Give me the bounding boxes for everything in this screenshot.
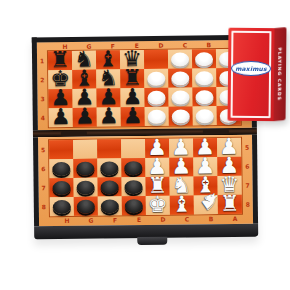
square-A7: ♛	[217, 176, 241, 195]
black-queen: ♛	[122, 48, 142, 70]
rank-labels-bottom-left: 5678	[40, 140, 47, 216]
square-C7: ♞	[169, 176, 193, 195]
square-B3	[192, 87, 216, 106]
coordinate-label: B	[197, 41, 221, 48]
coordinate-label: 7	[244, 176, 250, 195]
square-H1: ♜	[48, 51, 72, 70]
white-pawn: ♟	[171, 155, 191, 177]
square-D6: ♟	[145, 158, 169, 177]
white-pawn: ♟	[195, 136, 215, 158]
white-pawn: ♟	[171, 136, 191, 158]
square-F1: ♝	[96, 50, 120, 69]
square-F4: ♟	[97, 107, 121, 126]
square-B8: ♞	[194, 195, 218, 214]
black-pawn: ♟	[75, 87, 95, 109]
folding-chess-checkers-board: HGFEDCBA 1234 1234 ♜♞♝♛♚♝♞♜♟♟♟♟♟♟♟♟ 5678…	[32, 35, 258, 240]
black-pawn: ♟	[51, 87, 71, 109]
coordinate-label: H	[55, 217, 79, 224]
square-B5: ♟	[193, 138, 217, 157]
coordinate-label: F	[103, 216, 127, 223]
square-F2: ♞	[96, 69, 120, 88]
coordinate-label: E	[127, 216, 151, 223]
square-E8	[122, 196, 146, 215]
square-E7	[121, 177, 145, 196]
coordinate-label: 1	[39, 51, 45, 70]
coordinate-label: D	[151, 216, 175, 223]
board-bottom-half: 5678 5678 ♟♟♟♟♟♟♟♟♜♞♝♛♚♝♞♜ HGFEDCBA	[33, 135, 258, 227]
white-knight: ♞	[172, 174, 192, 196]
square-D4	[145, 107, 169, 126]
square-C5: ♟	[169, 138, 193, 157]
square-G4: ♟	[73, 108, 97, 127]
board-grid-bottom: ♟♟♟♟♟♟♟♟♜♞♝♛♚♝♞♜	[49, 138, 242, 216]
coordinate-label: 2	[39, 70, 45, 89]
square-H6	[49, 159, 73, 178]
case-front-rim	[34, 224, 258, 240]
coordinate-label: 4	[40, 108, 46, 127]
coordinate-label: 3	[39, 89, 45, 108]
coordinate-label: B	[199, 215, 223, 222]
coordinate-label: G	[79, 217, 103, 224]
card-box-side-text: PLAYING CARDS	[277, 47, 283, 101]
square-H3: ♟	[48, 89, 72, 108]
coordinate-label: F	[101, 42, 125, 49]
black-checker	[77, 200, 95, 214]
white-king: ♚	[148, 194, 168, 216]
white-checker	[171, 52, 189, 66]
square-B2	[192, 68, 216, 87]
square-H4: ♟	[49, 108, 73, 127]
playing-cards-box: maximus PLAYING CARDS	[228, 28, 287, 122]
square-E5	[121, 139, 145, 158]
square-G1: ♞	[72, 51, 96, 70]
square-H7	[49, 178, 73, 197]
black-pawn: ♟	[123, 105, 143, 127]
white-checker	[171, 90, 189, 104]
coordinate-label: E	[125, 42, 149, 49]
square-E4: ♟	[121, 107, 145, 126]
white-pawn: ♟	[219, 136, 239, 158]
square-G5	[73, 140, 97, 159]
product-photo-scene: HGFEDCBA 1234 1234 ♜♞♝♛♚♝♞♜♟♟♟♟♟♟♟♟ 5678…	[0, 0, 290, 290]
white-checker	[195, 90, 213, 104]
black-checker	[76, 162, 94, 176]
white-checker	[195, 52, 213, 66]
black-pawn: ♟	[51, 106, 71, 128]
white-checker	[195, 71, 213, 85]
black-checker	[124, 161, 142, 175]
card-box-side: PLAYING CARDS	[274, 27, 287, 121]
black-rook: ♜	[122, 67, 142, 89]
square-F7	[97, 177, 121, 196]
case-clasp	[137, 237, 167, 245]
coordinate-label: A	[223, 215, 247, 222]
black-knight: ♞	[98, 67, 118, 89]
white-rook: ♜	[220, 193, 240, 215]
black-pawn: ♟	[75, 106, 95, 128]
black-bishop: ♝	[74, 68, 94, 90]
card-box-front: maximus	[228, 28, 275, 121]
square-C1	[168, 49, 192, 68]
square-E6	[121, 158, 145, 177]
coordinate-label: 5	[40, 140, 46, 159]
square-B1	[192, 49, 216, 68]
board-grid-top: ♜♞♝♛♚♝♞♜♟♟♟♟♟♟♟♟	[48, 49, 241, 127]
black-pawn: ♟	[99, 86, 119, 108]
square-E2: ♜	[120, 69, 144, 88]
square-H5	[49, 140, 73, 159]
white-pawn: ♟	[147, 137, 167, 159]
coordinate-label: C	[173, 41, 197, 48]
black-checker	[77, 181, 95, 195]
white-bishop: ♝	[172, 193, 192, 215]
black-checker	[101, 199, 119, 213]
rank-labels-bottom-right: 5678	[244, 138, 251, 214]
white-pawn: ♟	[147, 156, 167, 178]
black-checker	[52, 162, 70, 176]
black-checker	[125, 180, 143, 194]
rank-labels-top-left: 1234	[39, 51, 46, 127]
black-checker	[53, 181, 71, 195]
white-checker	[196, 109, 214, 123]
square-G7	[73, 178, 97, 197]
square-F3: ♟	[96, 88, 120, 107]
square-G8	[74, 197, 98, 216]
square-E1: ♛	[120, 50, 144, 69]
square-G6	[73, 159, 97, 178]
coordinate-label: H	[53, 43, 77, 50]
brand-logo-oval: maximus	[231, 61, 271, 76]
coordinate-label: D	[149, 42, 173, 49]
black-checker	[101, 180, 119, 194]
square-F5	[97, 139, 121, 158]
square-A5: ♟	[217, 138, 241, 157]
black-bishop: ♝	[98, 48, 118, 70]
coordinate-label: 6	[244, 157, 250, 176]
coordinate-label: 8	[41, 197, 47, 216]
white-bishop: ♝	[196, 174, 216, 196]
square-H2: ♚	[48, 70, 72, 89]
square-C2	[168, 68, 192, 87]
brand-logo-text: maximus	[235, 65, 267, 72]
black-pawn: ♟	[123, 86, 143, 108]
white-checker	[171, 71, 189, 85]
black-knight: ♞	[74, 49, 94, 71]
black-checker	[53, 200, 71, 214]
square-F8	[98, 196, 122, 215]
black-king: ♚	[50, 68, 70, 90]
square-G3: ♟	[72, 89, 96, 108]
coordinate-label: 7	[40, 178, 46, 197]
white-checker	[147, 91, 165, 105]
square-G2: ♝	[72, 70, 96, 89]
board-top-half: HGFEDCBA 1234 1234 ♜♞♝♛♚♝♞♜♟♟♟♟♟♟♟♟	[32, 35, 257, 131]
white-checker	[147, 72, 165, 86]
square-B4	[193, 106, 217, 125]
square-D7: ♜	[145, 177, 169, 196]
square-D1	[144, 50, 168, 69]
black-rook: ♜	[50, 49, 70, 71]
white-rook: ♜	[148, 175, 168, 197]
white-pawn: ♟	[195, 155, 215, 177]
coordinate-label: 6	[40, 159, 46, 178]
square-A8: ♜	[218, 195, 242, 214]
square-C6: ♟	[169, 157, 193, 176]
square-D3	[144, 88, 168, 107]
square-A6: ♟	[217, 157, 241, 176]
coordinate-label: C	[175, 215, 199, 222]
white-queen: ♛	[220, 174, 240, 196]
square-D5: ♟	[145, 139, 169, 158]
square-H8	[50, 197, 74, 216]
square-B6: ♟	[193, 157, 217, 176]
square-D8: ♚	[146, 196, 170, 215]
square-E3: ♟	[120, 88, 144, 107]
white-pawn: ♟	[219, 155, 239, 177]
square-D2	[144, 69, 168, 88]
coordinate-label: G	[77, 43, 101, 50]
black-pawn: ♟	[99, 105, 119, 127]
square-F6	[97, 158, 121, 177]
square-B7: ♝	[193, 176, 217, 195]
square-C8: ♝	[170, 195, 194, 214]
coordinate-label: 5	[244, 138, 250, 157]
square-C3	[168, 87, 192, 106]
white-checker	[148, 110, 166, 124]
white-checker	[172, 109, 190, 123]
black-checker	[100, 161, 118, 175]
coordinate-label: 8	[245, 195, 251, 214]
square-C4	[169, 106, 193, 125]
file-labels-bottom: HGFEDCBA	[55, 215, 247, 224]
black-checker	[125, 199, 143, 213]
